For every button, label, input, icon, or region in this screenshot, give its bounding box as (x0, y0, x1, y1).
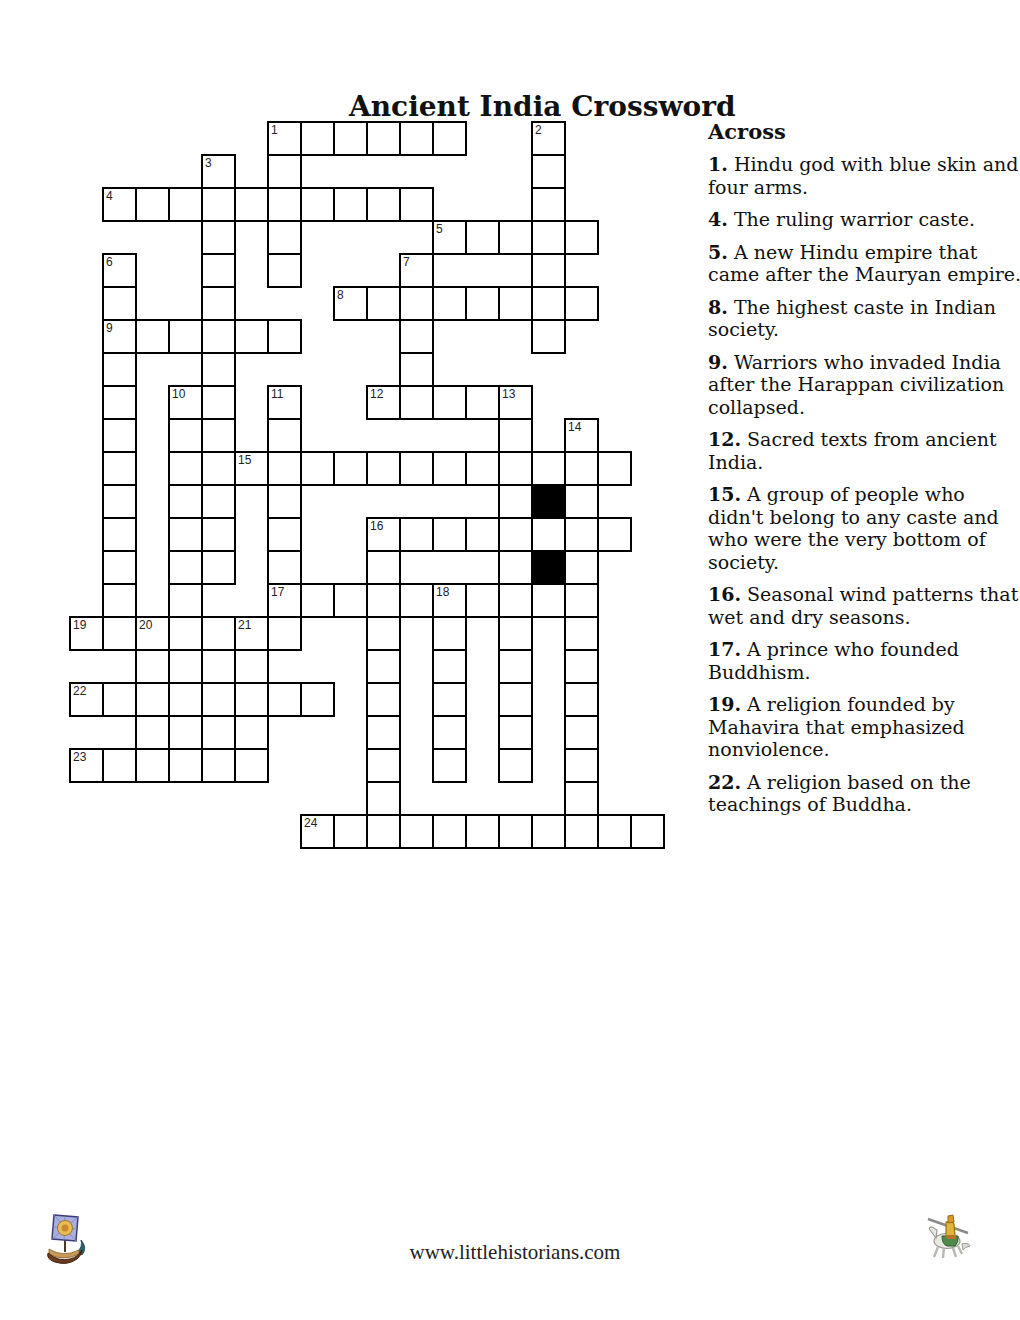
cell-number: 20 (139, 618, 152, 632)
cell-number: 13 (502, 387, 515, 401)
grid-cell[interactable] (432, 748, 467, 783)
clue-number: 12. (708, 428, 741, 450)
grid-cell[interactable] (234, 682, 269, 717)
grid-cell[interactable] (300, 583, 335, 618)
clue-22: 22. A religion based on the teachings of… (708, 771, 1020, 816)
cell-number: 15 (238, 453, 251, 467)
grid-cell[interactable] (597, 451, 632, 486)
grid-cell[interactable] (267, 484, 302, 519)
grid-cell[interactable] (564, 616, 599, 651)
grid-cell[interactable]: 23 (69, 748, 104, 783)
grid-cell[interactable] (432, 517, 467, 552)
clue-17: 17. A prince who founded Buddhism. (708, 638, 1020, 683)
grid-cell[interactable] (102, 517, 137, 552)
page-title: Ancient India Crossword (349, 90, 736, 123)
cell-number: 2 (535, 123, 542, 137)
grid-cell[interactable] (234, 649, 269, 684)
grid-cell[interactable] (432, 814, 467, 849)
grid-cell[interactable] (597, 517, 632, 552)
cell-number: 23 (73, 750, 86, 764)
grid-cell[interactable] (531, 220, 566, 255)
cell-number: 6 (106, 255, 113, 269)
grid-cell[interactable] (465, 220, 500, 255)
grid-cell[interactable] (432, 616, 467, 651)
grid-cell[interactable] (531, 517, 566, 552)
clue-list: 1. Hindu god with blue skin and four arm… (708, 153, 1020, 816)
grid-cell[interactable] (267, 616, 302, 651)
grid-cell[interactable] (168, 451, 203, 486)
black-cell (531, 550, 566, 585)
grid-cell[interactable] (333, 121, 368, 156)
grid-cell[interactable] (333, 187, 368, 222)
grid-cell[interactable] (531, 319, 566, 354)
grid-cell[interactable] (267, 418, 302, 453)
grid-cell[interactable] (234, 319, 269, 354)
cell-number: 14 (568, 420, 581, 434)
grid-cell[interactable] (564, 220, 599, 255)
grid-cell[interactable] (498, 286, 533, 321)
grid-cell[interactable] (201, 418, 236, 453)
clue-number: 8. (708, 296, 728, 318)
grid-cell[interactable]: 17 (267, 583, 302, 618)
grid-cell[interactable] (465, 583, 500, 618)
grid-cell[interactable] (168, 418, 203, 453)
grid-cell[interactable]: 4 (102, 187, 137, 222)
grid-cell[interactable] (399, 517, 434, 552)
grid-cell[interactable]: 20 (135, 616, 170, 651)
grid-cell[interactable] (234, 715, 269, 750)
grid-cell[interactable] (135, 682, 170, 717)
grid-cell[interactable] (267, 220, 302, 255)
grid-cell[interactable] (432, 682, 467, 717)
grid-cell[interactable] (168, 715, 203, 750)
cell-number: 7 (403, 255, 410, 269)
grid-cell[interactable] (498, 451, 533, 486)
grid-cell[interactable] (498, 418, 533, 453)
grid-cell[interactable] (267, 253, 302, 288)
grid-cell[interactable] (564, 517, 599, 552)
grid-cell[interactable] (267, 517, 302, 552)
cell-number: 9 (106, 321, 113, 335)
grid-cell[interactable] (564, 550, 599, 585)
grid-cell[interactable] (597, 814, 632, 849)
grid-cell[interactable] (168, 187, 203, 222)
grid-cell[interactable] (102, 451, 137, 486)
clue-number: 9. (708, 351, 728, 373)
grid-cell[interactable] (531, 583, 566, 618)
grid-cell[interactable] (201, 616, 236, 651)
grid-cell[interactable] (564, 649, 599, 684)
grid-cell[interactable] (366, 583, 401, 618)
grid-cell[interactable]: 18 (432, 583, 467, 618)
grid-cell[interactable] (333, 583, 368, 618)
grid-cell[interactable] (267, 451, 302, 486)
grid-cell[interactable] (267, 154, 302, 189)
grid-cell[interactable] (465, 451, 500, 486)
grid-cell[interactable]: 16 (366, 517, 401, 552)
grid-cell[interactable] (366, 814, 401, 849)
grid-cell[interactable] (102, 352, 137, 387)
grid-cell[interactable] (564, 583, 599, 618)
grid-cell[interactable] (168, 583, 203, 618)
grid-cell[interactable] (399, 121, 434, 156)
grid-cell[interactable] (201, 319, 236, 354)
grid-cell[interactable]: 9 (102, 319, 137, 354)
website-url: www.littlehistorians.com (375, 1240, 655, 1265)
grid-cell[interactable] (135, 649, 170, 684)
grid-cell[interactable] (201, 517, 236, 552)
grid-cell[interactable]: 14 (564, 418, 599, 453)
grid-cell[interactable] (201, 385, 236, 420)
grid-cell[interactable] (531, 286, 566, 321)
cell-number: 1 (271, 123, 278, 137)
clue-19: 19. A religion founded by Mahavira that … (708, 693, 1020, 761)
clue-number: 16. (708, 583, 741, 605)
grid-cell[interactable]: 12 (366, 385, 401, 420)
grid-cell[interactable] (201, 286, 236, 321)
grid-cell[interactable]: 19 (69, 616, 104, 651)
grid-cell[interactable] (102, 418, 137, 453)
grid-cell[interactable] (366, 649, 401, 684)
grid-cell[interactable] (366, 286, 401, 321)
cell-number: 10 (172, 387, 185, 401)
grid-cell[interactable] (531, 814, 566, 849)
grid-cell[interactable] (201, 451, 236, 486)
grid-cell[interactable] (135, 187, 170, 222)
clue-number: 1. (708, 153, 728, 175)
grid-cell[interactable] (564, 682, 599, 717)
grid-cell[interactable]: 7 (399, 253, 434, 288)
grid-cell[interactable] (201, 187, 236, 222)
grid-cell[interactable] (366, 451, 401, 486)
clues-header: Across (708, 119, 1020, 144)
grid-cell[interactable] (102, 748, 137, 783)
grid-cell[interactable] (564, 781, 599, 816)
clue-4: 4. The ruling warrior caste. (708, 208, 1020, 231)
grid-cell[interactable] (267, 319, 302, 354)
grid-cell[interactable] (201, 253, 236, 288)
grid-cell[interactable] (465, 286, 500, 321)
grid-cell[interactable] (399, 319, 434, 354)
cell-number: 21 (238, 618, 251, 632)
grid-cell[interactable] (201, 484, 236, 519)
cell-number: 17 (271, 585, 284, 599)
grid-cell[interactable] (135, 715, 170, 750)
grid-cell[interactable] (168, 649, 203, 684)
grid-cell[interactable] (498, 682, 533, 717)
grid-cell[interactable] (531, 187, 566, 222)
grid-cell[interactable] (168, 748, 203, 783)
clue-number: 22. (708, 771, 741, 793)
grid-cell[interactable] (234, 748, 269, 783)
clue-5: 5. A new Hindu empire that came after th… (708, 241, 1020, 286)
grid-cell[interactable] (531, 253, 566, 288)
grid-cell[interactable]: 10 (168, 385, 203, 420)
grid-cell[interactable] (333, 814, 368, 849)
grid-cell[interactable] (531, 154, 566, 189)
grid-cell[interactable]: 5 (432, 220, 467, 255)
grid-cell[interactable] (102, 286, 137, 321)
cell-number: 3 (205, 156, 212, 170)
grid-cell[interactable] (465, 517, 500, 552)
grid-cell[interactable]: 13 (498, 385, 533, 420)
grid-cell[interactable] (135, 748, 170, 783)
grid-cell[interactable] (399, 814, 434, 849)
crossword-grid: 123456789101112131415161718192021222324 (70, 122, 664, 848)
clue-number: 4. (708, 208, 728, 230)
grid-cell[interactable] (498, 220, 533, 255)
grid-cell[interactable] (498, 484, 533, 519)
clue-16: 16. Seasonal wind patterns that wet and … (708, 583, 1020, 628)
grid-cell[interactable]: 11 (267, 385, 302, 420)
clue-number: 17. (708, 638, 741, 660)
grid-cell[interactable] (102, 583, 137, 618)
grid-cell[interactable] (498, 616, 533, 651)
grid-cell[interactable] (399, 352, 434, 387)
grid-cell[interactable] (399, 286, 434, 321)
grid-cell[interactable]: 3 (201, 154, 236, 189)
grid-cell[interactable]: 6 (102, 253, 137, 288)
grid-cell[interactable] (102, 385, 137, 420)
cell-number: 12 (370, 387, 383, 401)
grid-cell[interactable] (102, 550, 137, 585)
grid-cell[interactable] (432, 451, 467, 486)
grid-cell[interactable] (399, 187, 434, 222)
grid-cell[interactable] (201, 748, 236, 783)
grid-cell[interactable] (102, 682, 137, 717)
grid-cell[interactable] (630, 814, 665, 849)
clues-panel: Across 1. Hindu god with blue skin and f… (708, 119, 1020, 826)
cell-number: 16 (370, 519, 383, 533)
grid-cell[interactable] (267, 187, 302, 222)
grid-cell[interactable] (201, 550, 236, 585)
grid-cell[interactable] (498, 715, 533, 750)
grid-cell[interactable] (168, 616, 203, 651)
grid-cell[interactable] (135, 319, 170, 354)
grid-cell[interactable] (498, 814, 533, 849)
grid-cell[interactable] (267, 682, 302, 717)
knight-logo-icon (922, 1210, 974, 1266)
grid-cell[interactable]: 24 (300, 814, 335, 849)
grid-cell[interactable] (201, 682, 236, 717)
grid-cell[interactable] (432, 286, 467, 321)
grid-cell[interactable] (465, 385, 500, 420)
clue-number: 15. (708, 483, 741, 505)
grid-cell[interactable] (366, 187, 401, 222)
grid-cell[interactable]: 21 (234, 616, 269, 651)
grid-cell[interactable] (300, 451, 335, 486)
grid-cell[interactable] (201, 352, 236, 387)
clue-number: 5. (708, 241, 728, 263)
cell-number: 8 (337, 288, 344, 302)
grid-cell[interactable] (498, 748, 533, 783)
grid-cell[interactable] (564, 748, 599, 783)
clue-9: 9. Warriors who invaded India after the … (708, 351, 1020, 419)
cell-number: 5 (436, 222, 443, 236)
cell-number: 22 (73, 684, 86, 698)
grid-cell[interactable]: 8 (333, 286, 368, 321)
grid-cell[interactable] (201, 220, 236, 255)
grid-cell[interactable] (498, 550, 533, 585)
grid-cell[interactable] (300, 682, 335, 717)
cell-number: 18 (436, 585, 449, 599)
grid-cell[interactable] (366, 121, 401, 156)
grid-cell[interactable] (498, 583, 533, 618)
cell-number: 11 (271, 387, 283, 401)
grid-cell[interactable] (102, 484, 137, 519)
grid-cell[interactable] (531, 451, 566, 486)
grid-cell[interactable] (168, 550, 203, 585)
clue-15: 15. A group of people who didn't belong … (708, 483, 1020, 573)
grid-cell[interactable] (432, 121, 467, 156)
grid-cell[interactable] (168, 319, 203, 354)
clue-1: 1. Hindu god with blue skin and four arm… (708, 153, 1020, 198)
grid-cell[interactable] (366, 550, 401, 585)
grid-cell[interactable] (399, 451, 434, 486)
grid-cell[interactable] (267, 550, 302, 585)
grid-cell[interactable] (366, 616, 401, 651)
grid-cell[interactable] (366, 781, 401, 816)
grid-cell[interactable] (432, 715, 467, 750)
grid-cell[interactable] (564, 715, 599, 750)
grid-cell[interactable] (399, 583, 434, 618)
grid-cell[interactable] (333, 451, 368, 486)
grid-cell[interactable] (399, 385, 434, 420)
grid-cell[interactable] (102, 616, 137, 651)
grid-cell[interactable] (564, 814, 599, 849)
grid-cell[interactable] (168, 484, 203, 519)
grid-cell[interactable] (564, 484, 599, 519)
grid-cell[interactable] (465, 814, 500, 849)
grid-cell[interactable]: 15 (234, 451, 269, 486)
black-cell (531, 484, 566, 519)
grid-cell[interactable] (168, 682, 203, 717)
clue-number: 19. (708, 693, 741, 715)
sailboat-logo-icon (46, 1212, 86, 1270)
cell-number: 24 (304, 816, 317, 830)
grid-cell[interactable]: 2 (531, 121, 566, 156)
grid-cell[interactable] (366, 682, 401, 717)
grid-cell[interactable] (300, 187, 335, 222)
grid-cell[interactable] (366, 748, 401, 783)
cell-number: 4 (106, 189, 113, 203)
cell-number: 19 (73, 618, 86, 632)
grid-cell[interactable] (366, 715, 401, 750)
grid-cell[interactable] (300, 121, 335, 156)
grid-cell[interactable] (564, 286, 599, 321)
grid-cell[interactable] (168, 517, 203, 552)
grid-cell[interactable]: 22 (69, 682, 104, 717)
grid-cell[interactable] (498, 517, 533, 552)
grid-cell[interactable] (564, 451, 599, 486)
grid-cell[interactable] (498, 649, 533, 684)
grid-cell[interactable] (234, 187, 269, 222)
clue-8: 8. The highest caste in Indian society. (708, 296, 1020, 341)
grid-cell[interactable]: 1 (267, 121, 302, 156)
clue-12: 12. Sacred texts from ancient India. (708, 428, 1020, 473)
grid-cell[interactable] (432, 385, 467, 420)
grid-cell[interactable] (432, 649, 467, 684)
